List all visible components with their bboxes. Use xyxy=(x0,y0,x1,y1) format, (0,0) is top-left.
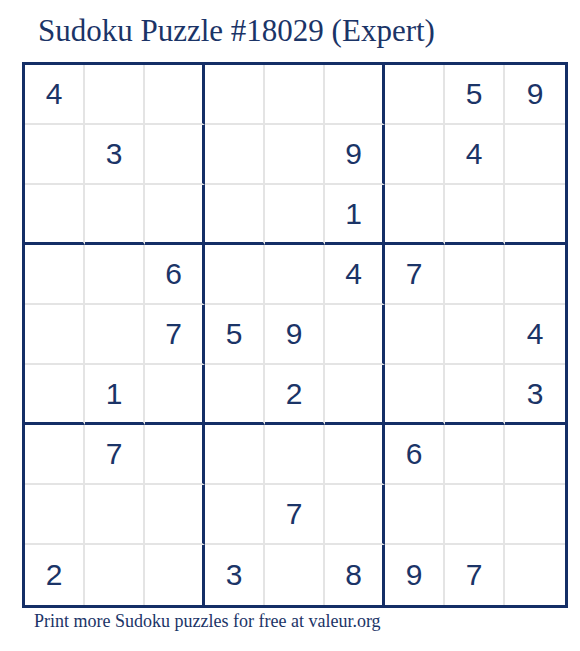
cell-r1c8: 5 xyxy=(445,65,505,125)
cell-r3c9 xyxy=(505,185,565,245)
cell-r3c2 xyxy=(85,185,145,245)
cell-r8c9 xyxy=(505,485,565,545)
cell-r1c9: 9 xyxy=(505,65,565,125)
cell-r7c2: 7 xyxy=(85,425,145,485)
cell-r3c1 xyxy=(25,185,85,245)
cell-r2c7 xyxy=(385,125,445,185)
cell-r8c6 xyxy=(325,485,385,545)
cell-r6c7 xyxy=(385,365,445,425)
cell-r9c2 xyxy=(85,545,145,605)
cell-r6c3 xyxy=(145,365,205,425)
puzzle-title: Sudoku Puzzle #18029 (Expert) xyxy=(38,13,435,49)
cell-r5c8 xyxy=(445,305,505,365)
cell-r9c4: 3 xyxy=(205,545,265,605)
cell-r5c4: 5 xyxy=(205,305,265,365)
cell-r5c9: 4 xyxy=(505,305,565,365)
sudoku-board: 4593941647759412376723897 xyxy=(22,62,568,608)
cell-r8c8 xyxy=(445,485,505,545)
cell-r9c5 xyxy=(265,545,325,605)
cell-r4c2 xyxy=(85,245,145,305)
cell-r8c7 xyxy=(385,485,445,545)
cell-r7c9 xyxy=(505,425,565,485)
cell-r6c9: 3 xyxy=(505,365,565,425)
cell-r2c8: 4 xyxy=(445,125,505,185)
cell-r3c8 xyxy=(445,185,505,245)
cell-r7c1 xyxy=(25,425,85,485)
cell-r7c3 xyxy=(145,425,205,485)
cell-r3c7 xyxy=(385,185,445,245)
cell-r8c2 xyxy=(85,485,145,545)
cell-r3c4 xyxy=(205,185,265,245)
cell-r3c3 xyxy=(145,185,205,245)
cell-r8c3 xyxy=(145,485,205,545)
cell-r8c4 xyxy=(205,485,265,545)
cell-r1c7 xyxy=(385,65,445,125)
cell-r2c3 xyxy=(145,125,205,185)
cell-r6c1 xyxy=(25,365,85,425)
cell-r7c8 xyxy=(445,425,505,485)
cell-r9c1: 2 xyxy=(25,545,85,605)
cell-r4c1 xyxy=(25,245,85,305)
cell-r6c6 xyxy=(325,365,385,425)
cell-r9c7: 9 xyxy=(385,545,445,605)
cell-r6c4 xyxy=(205,365,265,425)
sudoku-page: Sudoku Puzzle #18029 (Expert) 4593941647… xyxy=(0,0,580,651)
cell-r5c1 xyxy=(25,305,85,365)
cell-r1c2 xyxy=(85,65,145,125)
cell-r3c5 xyxy=(265,185,325,245)
cell-r2c5 xyxy=(265,125,325,185)
cell-r8c5: 7 xyxy=(265,485,325,545)
cell-r3c6: 1 xyxy=(325,185,385,245)
cell-r6c5: 2 xyxy=(265,365,325,425)
cell-r2c2: 3 xyxy=(85,125,145,185)
cell-r2c4 xyxy=(205,125,265,185)
cell-r7c6 xyxy=(325,425,385,485)
cell-r9c6: 8 xyxy=(325,545,385,605)
cell-r2c1 xyxy=(25,125,85,185)
cell-r5c5: 9 xyxy=(265,305,325,365)
cell-r4c5 xyxy=(265,245,325,305)
cell-r4c6: 4 xyxy=(325,245,385,305)
cell-r7c4 xyxy=(205,425,265,485)
cell-r2c9 xyxy=(505,125,565,185)
cell-r9c8: 7 xyxy=(445,545,505,605)
cell-r5c2 xyxy=(85,305,145,365)
cell-r2c6: 9 xyxy=(325,125,385,185)
cell-r4c9 xyxy=(505,245,565,305)
cell-r6c8 xyxy=(445,365,505,425)
cell-r5c7 xyxy=(385,305,445,365)
cell-r7c7: 6 xyxy=(385,425,445,485)
cell-r6c2: 1 xyxy=(85,365,145,425)
cell-r1c5 xyxy=(265,65,325,125)
footer-credit-text: Print more Sudoku puzzles for free at va… xyxy=(34,611,381,632)
cell-r8c1 xyxy=(25,485,85,545)
cell-r4c3: 6 xyxy=(145,245,205,305)
cell-r1c1: 4 xyxy=(25,65,85,125)
cell-r4c8 xyxy=(445,245,505,305)
cell-r4c4 xyxy=(205,245,265,305)
cell-r9c9 xyxy=(505,545,565,605)
cell-r4c7: 7 xyxy=(385,245,445,305)
cell-r5c3: 7 xyxy=(145,305,205,365)
cell-r1c4 xyxy=(205,65,265,125)
cell-r1c6 xyxy=(325,65,385,125)
cell-r5c6 xyxy=(325,305,385,365)
cell-r1c3 xyxy=(145,65,205,125)
cell-r9c3 xyxy=(145,545,205,605)
cell-r7c5 xyxy=(265,425,325,485)
